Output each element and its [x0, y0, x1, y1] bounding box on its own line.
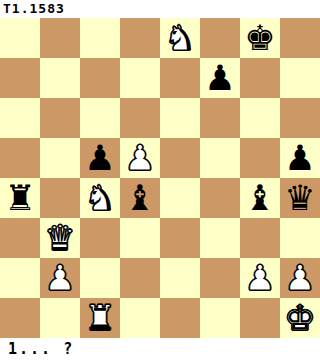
square-e7[interactable] [160, 58, 200, 98]
black-king: ♚ [240, 18, 280, 58]
white-knight: ♞ [80, 178, 120, 218]
square-c4[interactable]: ♞ [80, 178, 120, 218]
white-pawn: ♟ [240, 258, 280, 298]
white-pawn: ♟ [280, 258, 320, 298]
square-c5[interactable]: ♟ [80, 138, 120, 178]
black-queen: ♛ [280, 178, 320, 218]
square-h6[interactable] [280, 98, 320, 138]
square-h1[interactable]: ♚ [280, 298, 320, 338]
square-b7[interactable] [40, 58, 80, 98]
square-g3[interactable] [240, 218, 280, 258]
square-f2[interactable] [200, 258, 240, 298]
square-c1[interactable]: ♜ [80, 298, 120, 338]
black-bishop: ♝ [240, 178, 280, 218]
square-g1[interactable] [240, 298, 280, 338]
square-h8[interactable] [280, 18, 320, 58]
square-f6[interactable] [200, 98, 240, 138]
square-a4[interactable]: ♜ [0, 178, 40, 218]
square-d7[interactable] [120, 58, 160, 98]
white-rook: ♜ [80, 298, 120, 338]
square-e1[interactable] [160, 298, 200, 338]
square-e4[interactable] [160, 178, 200, 218]
square-b2[interactable]: ♟ [40, 258, 80, 298]
square-f8[interactable] [200, 18, 240, 58]
square-c2[interactable] [80, 258, 120, 298]
square-e3[interactable] [160, 218, 200, 258]
square-d6[interactable] [120, 98, 160, 138]
square-a1[interactable] [0, 298, 40, 338]
square-h4[interactable]: ♛ [280, 178, 320, 218]
square-b3[interactable]: ♛ [40, 218, 80, 258]
white-pawn: ♟ [40, 258, 80, 298]
chess-puzzle-app: T1.1583 ♞♚♟♟♟♟♜♞♝♝♛♛♟♟♟♜♚ 1... ? [0, 0, 320, 360]
square-a5[interactable] [0, 138, 40, 178]
square-b6[interactable] [40, 98, 80, 138]
white-knight: ♞ [160, 18, 200, 58]
puzzle-id: T1.1583 [0, 0, 320, 18]
black-pawn: ♟ [280, 138, 320, 178]
square-g6[interactable] [240, 98, 280, 138]
square-d8[interactable] [120, 18, 160, 58]
black-pawn: ♟ [80, 138, 120, 178]
square-d3[interactable] [120, 218, 160, 258]
black-rook: ♜ [0, 178, 40, 218]
square-a8[interactable] [0, 18, 40, 58]
white-king: ♚ [280, 298, 320, 338]
square-h7[interactable] [280, 58, 320, 98]
square-e6[interactable] [160, 98, 200, 138]
square-a3[interactable] [0, 218, 40, 258]
square-f3[interactable] [200, 218, 240, 258]
square-d5[interactable]: ♟ [120, 138, 160, 178]
square-c3[interactable] [80, 218, 120, 258]
square-c8[interactable] [80, 18, 120, 58]
square-c7[interactable] [80, 58, 120, 98]
square-f7[interactable]: ♟ [200, 58, 240, 98]
chess-board: ♞♚♟♟♟♟♜♞♝♝♛♛♟♟♟♜♚ [0, 18, 320, 338]
square-h5[interactable]: ♟ [280, 138, 320, 178]
white-queen: ♛ [40, 218, 80, 258]
black-bishop: ♝ [120, 178, 160, 218]
square-b5[interactable] [40, 138, 80, 178]
square-h2[interactable]: ♟ [280, 258, 320, 298]
black-pawn: ♟ [200, 58, 240, 98]
square-a7[interactable] [0, 58, 40, 98]
square-c6[interactable] [80, 98, 120, 138]
square-b1[interactable] [40, 298, 80, 338]
square-g2[interactable]: ♟ [240, 258, 280, 298]
square-b8[interactable] [40, 18, 80, 58]
square-a6[interactable] [0, 98, 40, 138]
square-b4[interactable] [40, 178, 80, 218]
square-h3[interactable] [280, 218, 320, 258]
square-f5[interactable] [200, 138, 240, 178]
square-e8[interactable]: ♞ [160, 18, 200, 58]
square-g8[interactable]: ♚ [240, 18, 280, 58]
square-e5[interactable] [160, 138, 200, 178]
square-g7[interactable] [240, 58, 280, 98]
white-pawn: ♟ [120, 138, 160, 178]
square-d4[interactable]: ♝ [120, 178, 160, 218]
move-prompt: 1... ? [0, 338, 320, 360]
square-f4[interactable] [200, 178, 240, 218]
square-g5[interactable] [240, 138, 280, 178]
square-a2[interactable] [0, 258, 40, 298]
square-d1[interactable] [120, 298, 160, 338]
square-f1[interactable] [200, 298, 240, 338]
square-d2[interactable] [120, 258, 160, 298]
square-e2[interactable] [160, 258, 200, 298]
square-g4[interactable]: ♝ [240, 178, 280, 218]
